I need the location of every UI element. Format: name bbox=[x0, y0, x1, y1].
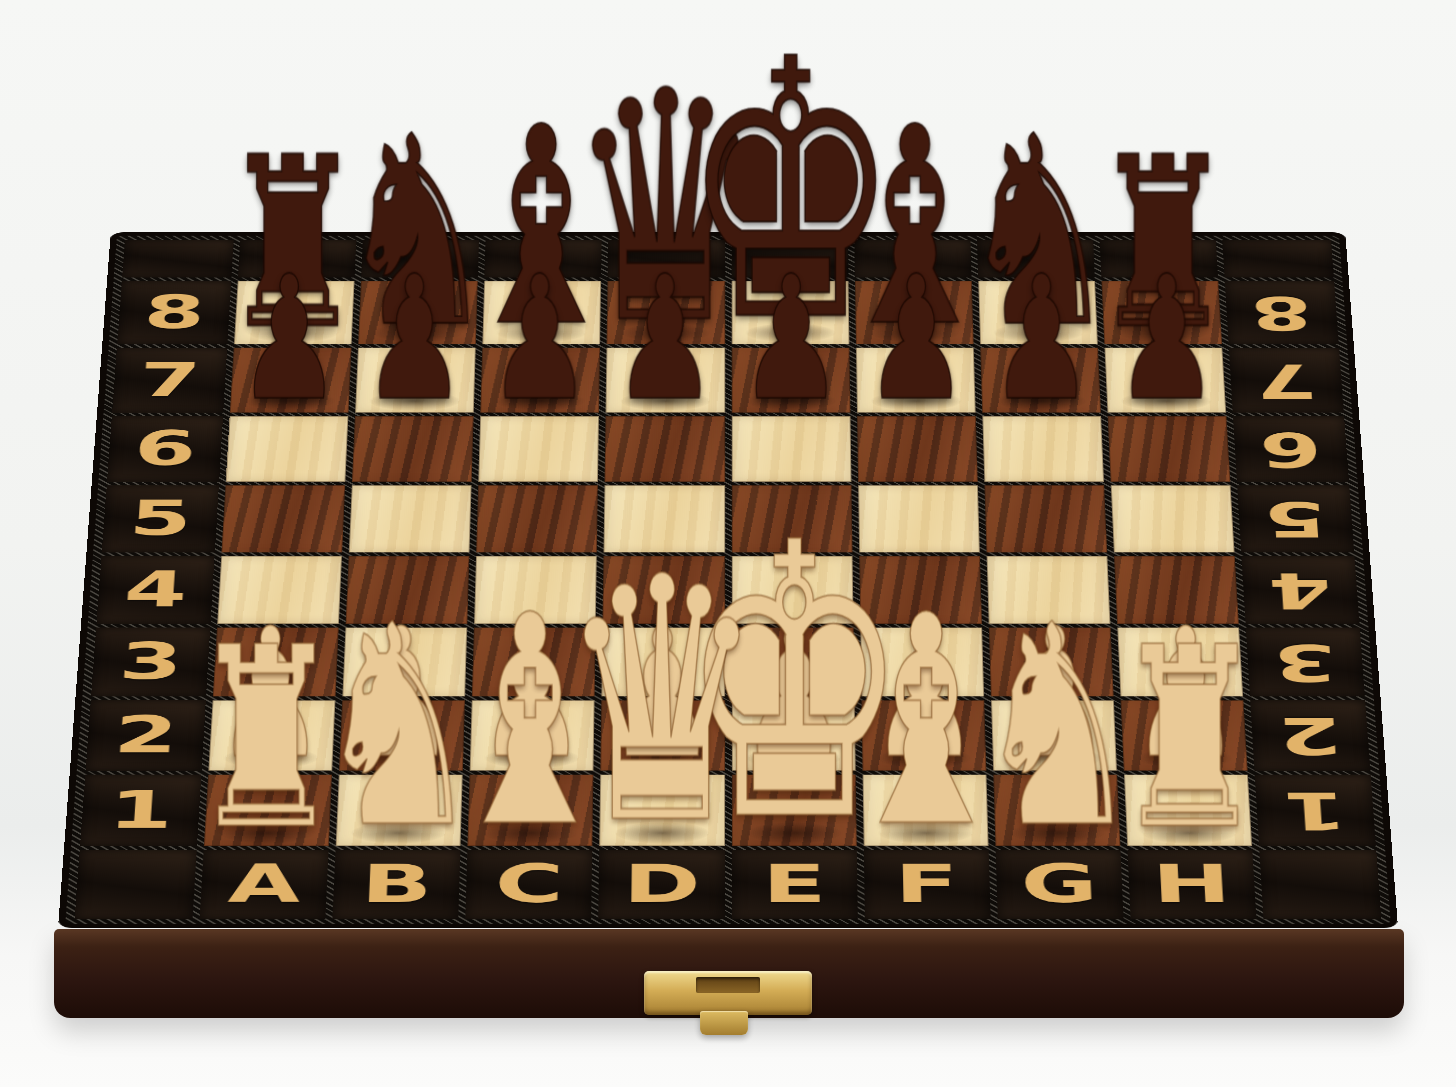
frame-cell bbox=[1222, 240, 1334, 278]
file-label-b: B bbox=[333, 850, 461, 919]
rank-label-text: 8 bbox=[1250, 290, 1314, 336]
piece-black-pawn[interactable]: ♟ bbox=[237, 266, 341, 412]
square-f7[interactable]: ♟ bbox=[856, 348, 976, 413]
rank-label-left-6: 6 bbox=[107, 416, 223, 482]
file-label-text: B bbox=[360, 858, 433, 910]
rank-label-text: 1 bbox=[1281, 784, 1349, 836]
piece-black-pawn[interactable]: ♟ bbox=[864, 266, 968, 412]
frame-cell bbox=[75, 850, 197, 919]
file-label-text: C bbox=[494, 858, 564, 910]
square-h6[interactable] bbox=[1108, 416, 1231, 482]
rank-label-text: 5 bbox=[128, 495, 194, 543]
rank-label-text: 6 bbox=[1258, 425, 1323, 472]
square-g5[interactable] bbox=[984, 485, 1107, 552]
square-f1[interactable]: ♝ bbox=[862, 774, 988, 846]
piece-white-rook[interactable]: ♜ bbox=[1113, 633, 1265, 845]
square-a1[interactable]: ♜ bbox=[204, 774, 332, 846]
clasp-slot bbox=[696, 977, 760, 993]
piece-white-rook[interactable]: ♜ bbox=[190, 633, 342, 845]
rank-label-text: 7 bbox=[1254, 357, 1318, 404]
square-g6[interactable] bbox=[982, 416, 1104, 482]
rank-label-text: 3 bbox=[117, 637, 184, 687]
square-c1[interactable]: ♝ bbox=[468, 774, 594, 846]
file-label-f: F bbox=[863, 850, 990, 919]
square-d1[interactable]: ♛ bbox=[600, 774, 725, 846]
rank-label-left-2: 2 bbox=[86, 700, 206, 770]
file-label-a: A bbox=[200, 850, 329, 919]
rank-label-text: 2 bbox=[112, 710, 179, 761]
file-label-g: G bbox=[995, 850, 1123, 919]
rank-label-text: 3 bbox=[1272, 637, 1339, 687]
file-label-text: A bbox=[227, 858, 302, 910]
rank-label-text: 4 bbox=[1267, 565, 1333, 614]
rank-label-right-7: 7 bbox=[1229, 348, 1344, 413]
square-e7[interactable]: ♟ bbox=[731, 348, 850, 413]
rank-label-left-8: 8 bbox=[117, 281, 231, 345]
square-d7[interactable]: ♟ bbox=[606, 348, 725, 413]
clasp-tab bbox=[700, 1011, 748, 1035]
frame-cell bbox=[122, 240, 234, 278]
rank-label-text: 1 bbox=[107, 784, 175, 836]
file-label-h: H bbox=[1127, 850, 1256, 919]
rank-label-right-8: 8 bbox=[1225, 281, 1339, 345]
file-label-e: E bbox=[731, 850, 857, 919]
square-b6[interactable] bbox=[352, 416, 474, 482]
square-h1[interactable]: ♜ bbox=[1124, 774, 1252, 846]
file-label-text: F bbox=[894, 858, 959, 910]
piece-white-bishop[interactable]: ♝ bbox=[838, 599, 1014, 845]
file-label-text: E bbox=[762, 858, 826, 910]
scene: 8♜♞♝♛♚♝♞♜87♟♟♟♟♟♟♟♟7665544332♟♟♟♟♟♟♟♟21♜… bbox=[0, 0, 1456, 1087]
chess-board: 8♜♞♝♛♚♝♞♜87♟♟♟♟♟♟♟♟7665544332♟♟♟♟♟♟♟♟21♜… bbox=[58, 232, 1398, 928]
rank-label-left-5: 5 bbox=[102, 485, 219, 552]
rank-label-text: 2 bbox=[1276, 710, 1343, 761]
square-b7[interactable]: ♟ bbox=[355, 348, 476, 413]
square-c6[interactable] bbox=[479, 416, 600, 482]
piece-black-pawn[interactable]: ♟ bbox=[362, 266, 466, 412]
square-c7[interactable]: ♟ bbox=[481, 348, 601, 413]
piece-black-pawn[interactable]: ♟ bbox=[1114, 266, 1218, 412]
file-label-text: D bbox=[623, 858, 701, 910]
frame-cell bbox=[1259, 850, 1381, 919]
file-label-text: G bbox=[1020, 858, 1099, 910]
rank-label-right-2: 2 bbox=[1250, 700, 1370, 770]
board-grid: 8♜♞♝♛♚♝♞♜87♟♟♟♟♟♟♟♟7665544332♟♟♟♟♟♟♟♟21♜… bbox=[58, 232, 1398, 928]
square-a6[interactable] bbox=[226, 416, 349, 482]
rank-label-right-1: 1 bbox=[1255, 774, 1376, 846]
file-label-c: C bbox=[466, 850, 593, 919]
square-h7[interactable]: ♟ bbox=[1104, 348, 1226, 413]
brass-clasp bbox=[644, 971, 812, 1015]
piece-white-bishop[interactable]: ♝ bbox=[442, 599, 618, 845]
rank-label-text: 6 bbox=[133, 425, 198, 472]
file-label-d: D bbox=[599, 850, 725, 919]
piece-black-pawn[interactable]: ♟ bbox=[488, 266, 592, 412]
square-g7[interactable]: ♟ bbox=[980, 348, 1101, 413]
square-a7[interactable]: ♟ bbox=[230, 348, 352, 413]
rank-label-left-1: 1 bbox=[80, 774, 201, 846]
rank-label-text: 8 bbox=[142, 290, 206, 336]
piece-black-pawn[interactable]: ♟ bbox=[989, 266, 1093, 412]
piece-black-pawn[interactable]: ♟ bbox=[738, 266, 842, 412]
rank-label-left-7: 7 bbox=[112, 348, 227, 413]
rank-label-text: 5 bbox=[1263, 495, 1329, 543]
rank-label-text: 7 bbox=[138, 357, 202, 404]
rank-label-right-6: 6 bbox=[1233, 416, 1349, 482]
piece-black-pawn[interactable]: ♟ bbox=[613, 266, 717, 412]
rank-label-right-5: 5 bbox=[1237, 485, 1354, 552]
square-a5[interactable] bbox=[221, 485, 345, 552]
square-b5[interactable] bbox=[349, 485, 472, 552]
rank-label-text: 4 bbox=[123, 565, 189, 614]
square-h5[interactable] bbox=[1111, 485, 1235, 552]
file-label-text: H bbox=[1151, 858, 1232, 910]
photo-backdrop: 8♜♞♝♛♚♝♞♜87♟♟♟♟♟♟♟♟7665544332♟♟♟♟♟♟♟♟21♜… bbox=[0, 0, 1456, 1087]
